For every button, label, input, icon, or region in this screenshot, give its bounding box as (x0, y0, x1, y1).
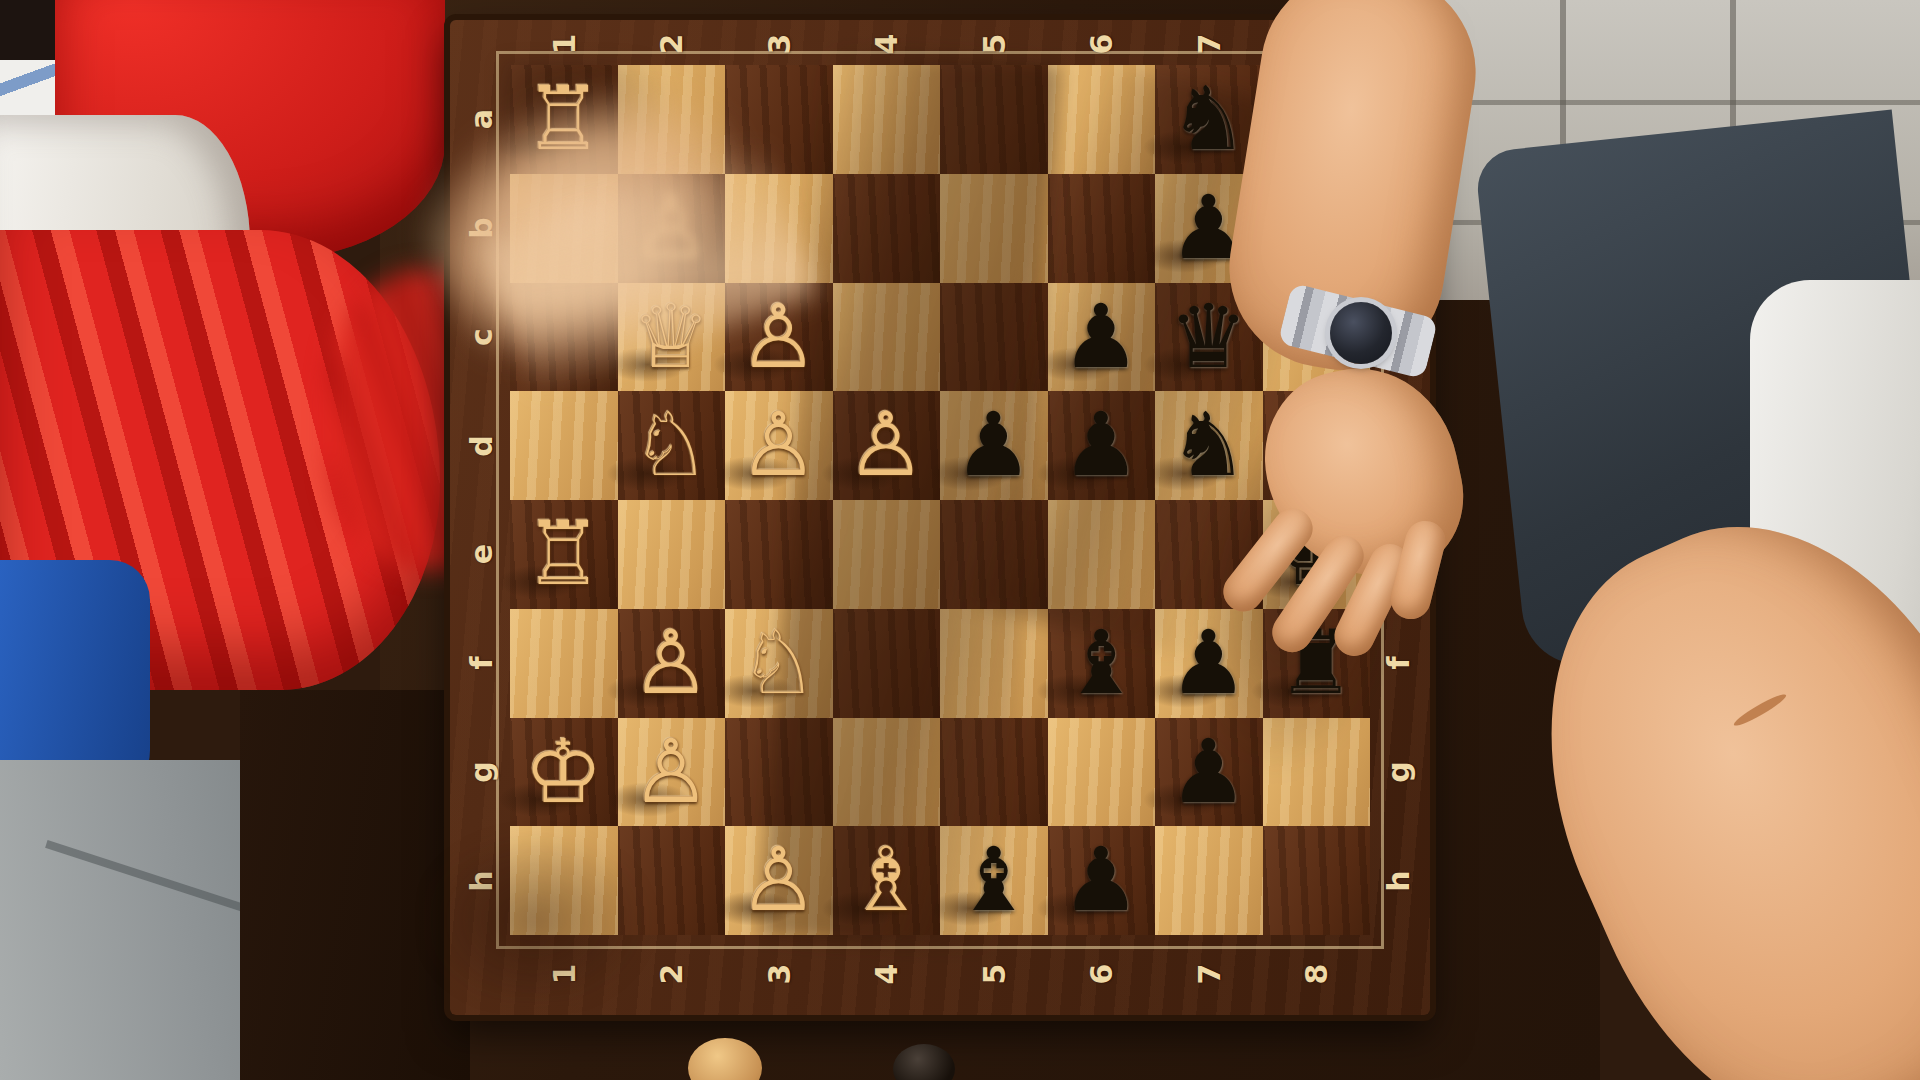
piece-white-king-g1[interactable]: ♔ (510, 718, 617, 826)
square-e3[interactable] (725, 500, 833, 609)
piece-white-pawn-d3[interactable]: ♙ (725, 391, 832, 499)
coord-top-3: 3 (761, 34, 796, 55)
black-player (1400, 0, 1920, 1080)
square-c4[interactable] (833, 283, 941, 392)
coord-bottom-1: 1 (546, 964, 581, 985)
square-a6[interactable] (1048, 65, 1156, 174)
square-b6[interactable] (1048, 174, 1156, 283)
piece-white-rook-e1[interactable]: ♖ (510, 500, 617, 608)
table-edge (240, 690, 470, 1080)
piece-white-bishop-h4[interactable]: ♗ (833, 826, 940, 934)
coord-right-h: h (1381, 870, 1416, 891)
square-g8[interactable] (1263, 718, 1371, 827)
square-a5[interactable] (940, 65, 1048, 174)
piece-black-pawn-d5[interactable]: ♟ (940, 391, 1047, 499)
coord-left-f: f (464, 657, 499, 670)
coord-top-1: 1 (546, 34, 581, 55)
coord-left-g: g (464, 761, 499, 782)
piece-black-pawn-h6[interactable]: ♟ (1048, 826, 1155, 934)
photo-scene: 1234567812345678abcdefghabcdefgh ♖♙♕♙♘♙♙… (0, 0, 1920, 1080)
white-player (0, 0, 470, 1080)
coord-right-g: g (1381, 761, 1416, 782)
coord-bottom-5: 5 (976, 964, 1011, 985)
square-e6[interactable] (1048, 500, 1156, 609)
square-f5[interactable] (940, 609, 1048, 718)
piece-black-pawn-g7[interactable]: ♟ (1155, 718, 1262, 826)
square-h7[interactable] (1155, 826, 1263, 935)
piece-black-pawn-f7[interactable]: ♟ (1155, 609, 1262, 717)
coord-top-4: 4 (869, 34, 904, 55)
piece-white-knight-f3[interactable]: ♘ (725, 609, 832, 717)
coord-left-d: d (464, 435, 499, 456)
coord-right-f: f (1381, 657, 1416, 670)
square-g3[interactable] (725, 718, 833, 827)
coord-top-6: 6 (1084, 34, 1119, 55)
piece-white-pawn-f2[interactable]: ♙ (618, 609, 725, 717)
square-h8[interactable] (1263, 826, 1371, 935)
piece-black-pawn-c6[interactable]: ♟ (1048, 283, 1155, 391)
square-h2[interactable] (618, 826, 726, 935)
square-b5[interactable] (940, 174, 1048, 283)
square-g5[interactable] (940, 718, 1048, 827)
piece-white-pawn-d4[interactable]: ♙ (833, 391, 940, 499)
square-f4[interactable] (833, 609, 941, 718)
square-d1[interactable] (510, 391, 618, 500)
coord-bottom-3: 3 (761, 964, 796, 985)
piece-white-pawn-h3[interactable]: ♙ (725, 826, 832, 934)
coord-bottom-2: 2 (654, 964, 689, 985)
square-b4[interactable] (833, 174, 941, 283)
coord-left-e: e (464, 544, 499, 564)
wristwatch-icon (1330, 302, 1392, 364)
square-e4[interactable] (833, 500, 941, 609)
square-e2[interactable] (618, 500, 726, 609)
coord-bottom-8: 8 (1299, 964, 1334, 985)
piece-black-bishop-h5[interactable]: ♝ (940, 826, 1047, 934)
coord-left-h: h (464, 870, 499, 891)
square-a4[interactable] (833, 65, 941, 174)
piece-black-knight-d7[interactable]: ♞ (1155, 391, 1262, 499)
coord-bottom-4: 4 (869, 964, 904, 985)
square-c5[interactable] (940, 283, 1048, 392)
coord-bottom-7: 7 (1191, 964, 1226, 985)
square-g4[interactable] (833, 718, 941, 827)
coord-top-7: 7 (1191, 34, 1226, 55)
piece-black-bishop-f6[interactable]: ♝ (1048, 609, 1155, 717)
square-h1[interactable] (510, 826, 618, 935)
square-f1[interactable] (510, 609, 618, 718)
square-e5[interactable] (940, 500, 1048, 609)
piece-white-pawn-g2[interactable]: ♙ (618, 718, 725, 826)
piece-white-knight-d2[interactable]: ♘ (618, 391, 725, 499)
piece-black-pawn-d6[interactable]: ♟ (1048, 391, 1155, 499)
coord-top-5: 5 (976, 34, 1011, 55)
coord-bottom-6: 6 (1084, 964, 1119, 985)
square-g6[interactable] (1048, 718, 1156, 827)
